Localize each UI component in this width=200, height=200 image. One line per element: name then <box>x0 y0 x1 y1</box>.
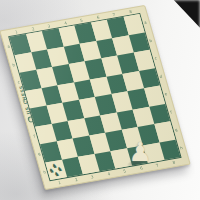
coord-label: 2 <box>68 175 83 183</box>
chess-board: ♞♞♞♞♟ 12345678 12345678 abcdefgh abcdefg… <box>0 5 191 190</box>
pinwheel: ♞♞♞♞ <box>48 161 65 177</box>
board-grid: ♞♞♞♞♟ <box>9 14 180 180</box>
square: ♟ <box>126 145 147 166</box>
coord-label: 1 <box>52 178 67 186</box>
coord-label: 4 <box>101 170 116 178</box>
photo-background: ♞♞♞♞♟ 12345678 12345678 abcdefgh abcdefg… <box>0 0 200 200</box>
brand-roundel-icon <box>26 116 34 123</box>
coord-label: 5 <box>117 167 132 175</box>
coord-label: 8 <box>166 158 181 166</box>
coord-label: 3 <box>85 172 100 180</box>
white-pawn: ♟ <box>128 139 151 165</box>
